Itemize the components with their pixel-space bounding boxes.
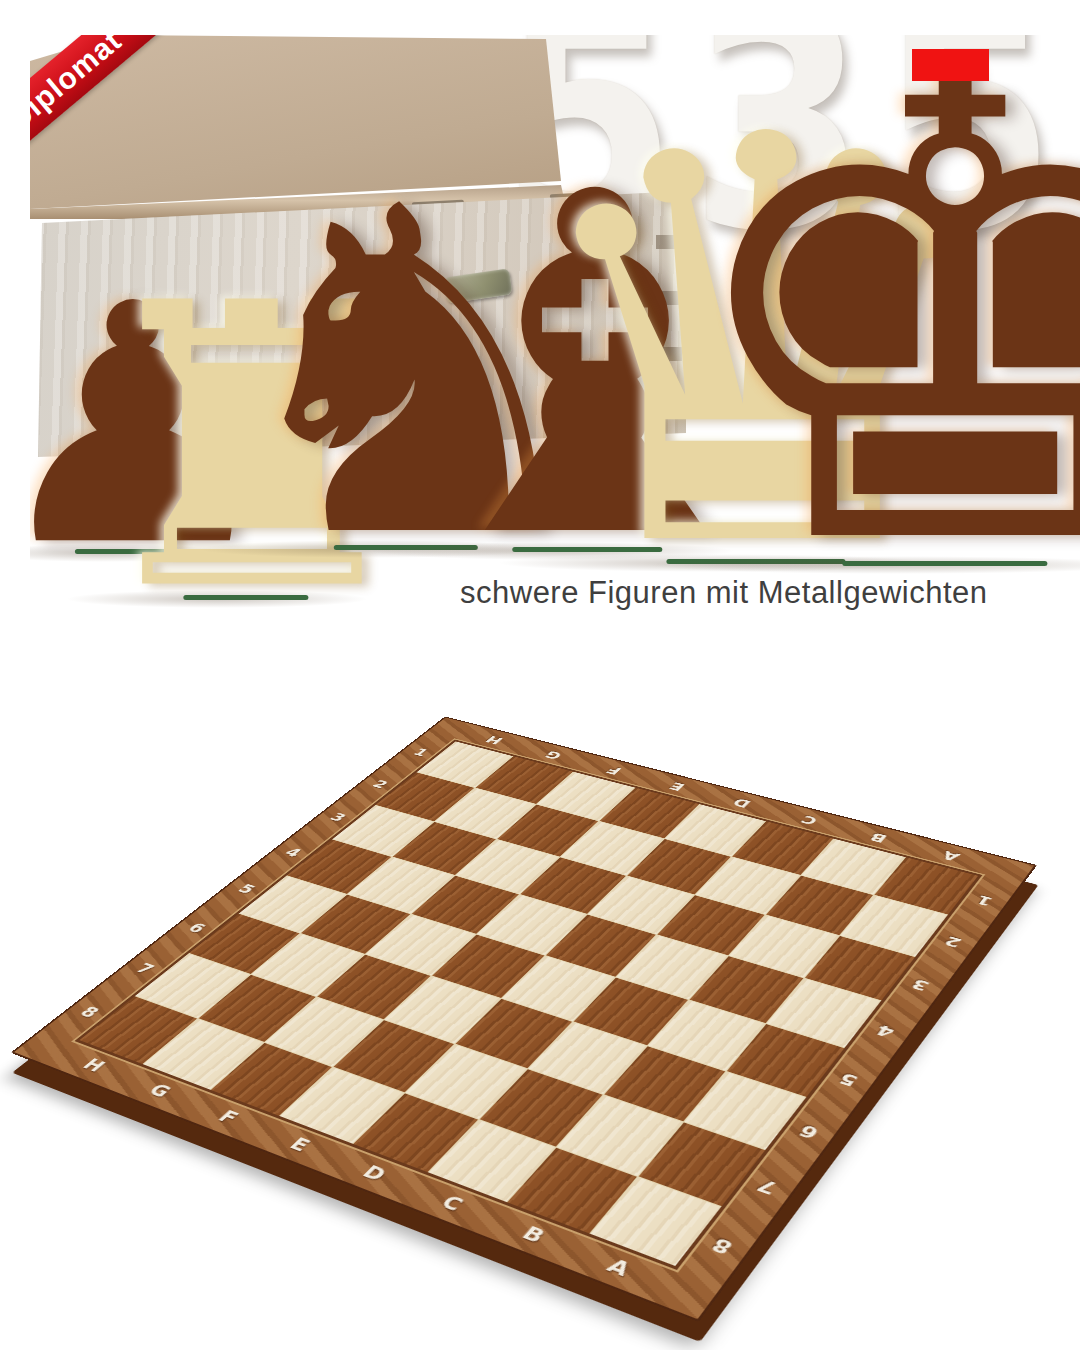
red-accent-bar: [912, 49, 989, 81]
board-tilt-wrapper: HGFEDCBA HGFEDCBA 12345678 12345678: [193, 603, 897, 1307]
board-photo: HGFEDCBA HGFEDCBA 12345678 12345678: [0, 650, 1080, 1350]
page: 535 ♟ ♜ ♞ ♝ ♛: [0, 0, 1080, 1350]
felt-base: [842, 561, 1047, 566]
chess-board: HGFEDCBA HGFEDCBA 12345678 12345678: [11, 716, 1038, 1322]
product-photo: 535 ♟ ♜ ♞ ♝ ♛: [30, 35, 1080, 630]
photo-caption: schwere Figuren mit Metallgewichten: [460, 575, 988, 611]
chess-piece-king: ♚: [635, 58, 1080, 570]
king-icon: ♚: [635, 58, 1080, 570]
